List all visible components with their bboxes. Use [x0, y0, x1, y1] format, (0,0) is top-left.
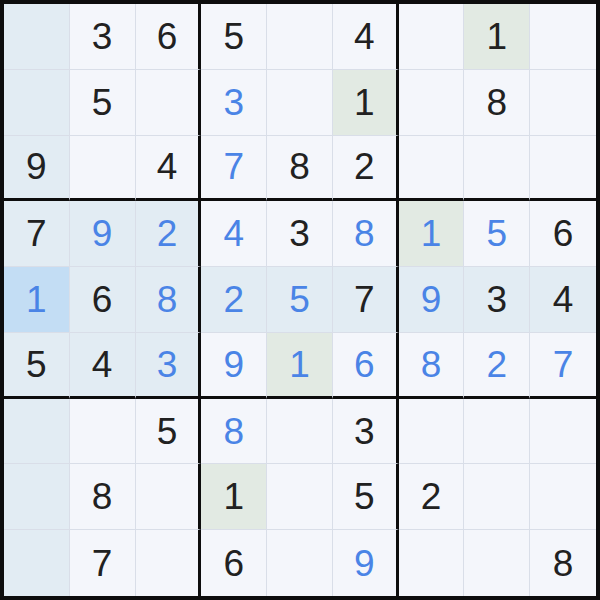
cell-r6c1[interactable]: 5 [4, 333, 70, 399]
cell-r6c5[interactable]: 1 [267, 333, 333, 399]
cell-r9c7[interactable] [399, 530, 465, 596]
cell-r3c9[interactable] [530, 136, 596, 202]
cell-r3c8[interactable] [464, 136, 530, 202]
cell-r6c3[interactable]: 3 [136, 333, 202, 399]
cell-r9c3[interactable] [136, 530, 202, 596]
cell-r2c9[interactable] [530, 70, 596, 136]
cell-r1c4[interactable]: 5 [201, 4, 267, 70]
cell-r3c3[interactable]: 4 [136, 136, 202, 202]
cell-r4c3[interactable]: 2 [136, 201, 202, 267]
cell-r1c9[interactable] [530, 4, 596, 70]
cell-r4c4[interactable]: 4 [201, 201, 267, 267]
cell-r3c2[interactable] [70, 136, 136, 202]
cell-r4c8[interactable]: 5 [464, 201, 530, 267]
cell-r2c4[interactable]: 3 [201, 70, 267, 136]
cell-r5c6[interactable]: 7 [333, 267, 399, 333]
cell-r9c6[interactable]: 9 [333, 530, 399, 596]
cell-r9c8[interactable] [464, 530, 530, 596]
cell-r9c9[interactable]: 8 [530, 530, 596, 596]
cell-r4c6[interactable]: 8 [333, 201, 399, 267]
cell-r6c7[interactable]: 8 [399, 333, 465, 399]
cell-r7c5[interactable] [267, 399, 333, 465]
cell-r4c5[interactable]: 3 [267, 201, 333, 267]
cell-r7c8[interactable] [464, 399, 530, 465]
cell-r5c1[interactable]: 1 [4, 267, 70, 333]
cell-r5c7[interactable]: 9 [399, 267, 465, 333]
cell-r6c8[interactable]: 2 [464, 333, 530, 399]
cell-r1c2[interactable]: 3 [70, 4, 136, 70]
cell-r3c4[interactable]: 7 [201, 136, 267, 202]
cell-r2c6[interactable]: 1 [333, 70, 399, 136]
cell-r7c7[interactable] [399, 399, 465, 465]
cell-r6c6[interactable]: 6 [333, 333, 399, 399]
cell-r5c3[interactable]: 8 [136, 267, 202, 333]
cell-r8c2[interactable]: 8 [70, 464, 136, 530]
cell-r8c3[interactable] [136, 464, 202, 530]
cell-r2c2[interactable]: 5 [70, 70, 136, 136]
cell-r7c2[interactable] [70, 399, 136, 465]
cell-r9c5[interactable] [267, 530, 333, 596]
cell-r6c9[interactable]: 7 [530, 333, 596, 399]
cell-r1c5[interactable] [267, 4, 333, 70]
cell-r5c2[interactable]: 6 [70, 267, 136, 333]
cell-r2c8[interactable]: 8 [464, 70, 530, 136]
cell-r8c1[interactable] [4, 464, 70, 530]
cell-r2c1[interactable] [4, 70, 70, 136]
cell-r7c3[interactable]: 5 [136, 399, 202, 465]
cell-r3c6[interactable]: 2 [333, 136, 399, 202]
cell-r1c8[interactable]: 1 [464, 4, 530, 70]
cell-r8c8[interactable] [464, 464, 530, 530]
cell-r8c5[interactable] [267, 464, 333, 530]
cell-r4c1[interactable]: 7 [4, 201, 70, 267]
cell-r6c2[interactable]: 4 [70, 333, 136, 399]
cell-r8c4[interactable]: 1 [201, 464, 267, 530]
cell-r3c7[interactable] [399, 136, 465, 202]
cell-r4c7[interactable]: 1 [399, 201, 465, 267]
cell-r9c2[interactable]: 7 [70, 530, 136, 596]
cell-r6c4[interactable]: 9 [201, 333, 267, 399]
cell-r4c2[interactable]: 9 [70, 201, 136, 267]
cell-r5c5[interactable]: 5 [267, 267, 333, 333]
cell-r1c3[interactable]: 6 [136, 4, 202, 70]
cell-r2c3[interactable] [136, 70, 202, 136]
cell-r4c9[interactable]: 6 [530, 201, 596, 267]
cell-r3c5[interactable]: 8 [267, 136, 333, 202]
cell-r1c7[interactable] [399, 4, 465, 70]
cell-r8c6[interactable]: 5 [333, 464, 399, 530]
cell-r8c7[interactable]: 2 [399, 464, 465, 530]
cell-r1c6[interactable]: 4 [333, 4, 399, 70]
cell-r8c9[interactable] [530, 464, 596, 530]
cell-r5c4[interactable]: 2 [201, 267, 267, 333]
cell-r9c1[interactable] [4, 530, 70, 596]
cell-r3c1[interactable]: 9 [4, 136, 70, 202]
cell-r7c4[interactable]: 8 [201, 399, 267, 465]
cell-r1c1[interactable] [4, 4, 70, 70]
cell-r7c1[interactable] [4, 399, 70, 465]
cell-r2c7[interactable] [399, 70, 465, 136]
cell-r2c5[interactable] [267, 70, 333, 136]
cell-r5c8[interactable]: 3 [464, 267, 530, 333]
sudoku-board: 3654153189478279243815616825793454391682… [0, 0, 600, 600]
cell-r7c6[interactable]: 3 [333, 399, 399, 465]
cell-r5c9[interactable]: 4 [530, 267, 596, 333]
cell-r9c4[interactable]: 6 [201, 530, 267, 596]
cell-r7c9[interactable] [530, 399, 596, 465]
